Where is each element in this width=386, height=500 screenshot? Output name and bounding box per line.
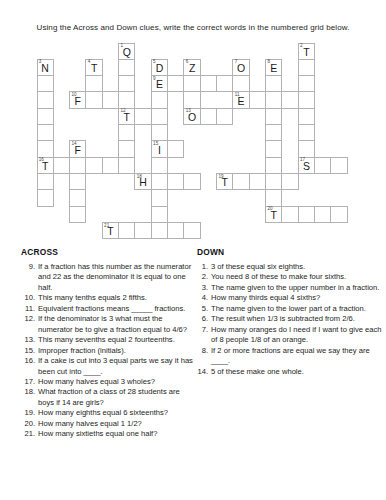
cell-letter: I [152, 145, 167, 156]
grid-cell[interactable] [265, 189, 282, 206]
grid-cell[interactable]: 14F [69, 140, 86, 157]
grid-cell[interactable] [314, 206, 331, 223]
grid-cell[interactable] [69, 173, 86, 190]
clue-down-8: 8.If 2 or more fractions are equal we sa… [197, 346, 384, 367]
cell-letter: T [103, 226, 118, 237]
grid-cell[interactable] [151, 108, 168, 125]
clue-text: How many sixtieths equal one half? [38, 429, 197, 439]
across-header: ACROSS [21, 247, 197, 257]
grid-cell[interactable]: 19T [216, 173, 233, 190]
grid-cell[interactable] [298, 108, 315, 125]
grid-cell[interactable]: 21T [102, 222, 119, 239]
clue-text: How many eighths equal 6 sixteenths? [38, 408, 197, 418]
grid-cell[interactable] [265, 124, 282, 141]
grid-cell[interactable] [183, 222, 200, 239]
grid-cell[interactable]: 8E [265, 59, 282, 76]
clue-across-15: 15.Improper fraction (initials). [21, 346, 197, 356]
grid-cell[interactable]: 2T [298, 43, 315, 60]
cell-letter: O [233, 63, 248, 74]
grid-cell[interactable] [37, 75, 54, 92]
clue-number: 8. [197, 346, 211, 367]
grid-cell[interactable] [118, 140, 135, 157]
clue-across-11: 11.Equivalent fractions means _____ frac… [21, 304, 197, 314]
clue-text: 5 of these make one whole. [211, 367, 384, 377]
grid-cell[interactable]: 13O [183, 108, 200, 125]
grid-cell[interactable] [118, 157, 135, 174]
crossword-grid: 1Q2T3N4T5D6Z7O8E9E10F11E12T13O14F15I16T1… [37, 43, 349, 240]
grid-cell[interactable] [37, 91, 54, 108]
clue-number: 20. [21, 419, 38, 429]
clue-text: The name given to the upper number in a … [211, 283, 384, 293]
grid-cell[interactable] [298, 124, 315, 141]
grid-cell[interactable] [232, 75, 249, 92]
clue-text: 3 of these equal six eighths. [211, 262, 384, 272]
grid-cell[interactable]: 15I [151, 140, 168, 157]
clue-number: 14. [197, 367, 211, 377]
clue-across-20: 20.How many halves equal 1 1/2? [21, 419, 197, 429]
grid-cell[interactable] [265, 140, 282, 157]
clue-text: The name given to the lower part of a fr… [211, 304, 384, 314]
down-clues: DOWN 1.3 of these equal six eighths.2.Yo… [197, 247, 384, 377]
grid-cell[interactable] [85, 91, 102, 108]
clue-text: How many halves equal 3 wholes? [38, 377, 197, 387]
grid-cell[interactable] [200, 108, 217, 125]
clue-text: How many halves equal 1 1/2? [38, 419, 197, 429]
grid-cell[interactable] [298, 206, 315, 223]
grid-cell[interactable] [37, 140, 54, 157]
clue-down-1: 1.3 of these equal six eighths. [197, 262, 384, 272]
cell-letter: O [184, 112, 199, 123]
grid-cell[interactable] [167, 173, 184, 190]
down-header: DOWN [197, 247, 384, 257]
clue-number: 21. [21, 429, 38, 439]
grid-cell[interactable] [200, 75, 217, 92]
clue-number: 19. [21, 408, 38, 418]
grid-cell[interactable]: 9E [151, 75, 168, 92]
grid-cell[interactable] [330, 206, 347, 223]
clue-text: You need 8 of these to make four sixths. [211, 272, 384, 282]
grid-cell[interactable] [69, 189, 86, 206]
clue-number: 4. [197, 293, 211, 303]
grid-cell[interactable] [281, 91, 298, 108]
grid-cell[interactable] [265, 91, 282, 108]
grid-cell[interactable] [102, 157, 119, 174]
cell-letter: E [152, 79, 167, 90]
clue-number: 3. [197, 283, 211, 293]
grid-cell[interactable] [167, 75, 184, 92]
grid-cell[interactable] [151, 189, 168, 206]
clue-down-7: 7.How many oranges do I need if I want t… [197, 325, 384, 346]
clue-across-21: 21.How many sixtieths equal one half? [21, 429, 197, 439]
cell-letter: T [86, 63, 101, 74]
clue-number: 1. [197, 262, 211, 272]
clue-number: 12. [21, 314, 38, 335]
grid-cell[interactable] [249, 173, 266, 190]
clue-text: How many oranges do I need if I want to … [211, 325, 384, 346]
cell-letter: N [38, 63, 53, 74]
down-clue-list: 1.3 of these equal six eighths.2.You nee… [197, 262, 384, 377]
grid-cell[interactable] [53, 157, 70, 174]
cell-letter: H [135, 177, 150, 188]
grid-cell[interactable]: 5D [151, 59, 168, 76]
grid-cell[interactable]: 1Q [118, 43, 135, 60]
grid-cell[interactable]: 12T [118, 108, 135, 125]
grid-cell[interactable] [37, 108, 54, 125]
grid-cell[interactable] [37, 189, 54, 206]
grid-cell[interactable] [151, 157, 168, 174]
grid-cell[interactable] [151, 124, 168, 141]
grid-cell[interactable]: 16T [37, 157, 54, 174]
clue-down-14: 14.5 of these make one whole. [197, 367, 384, 377]
grid-cell[interactable] [37, 124, 54, 141]
worksheet-page: Using the Across and Down clues, write t… [0, 0, 386, 500]
grid-cell[interactable] [265, 75, 282, 92]
clue-across-16: 16.If a cake is cut into 3 equal parts w… [21, 356, 197, 377]
grid-cell[interactable] [118, 124, 135, 141]
cell-letter: T [38, 161, 53, 172]
grid-cell[interactable] [281, 173, 298, 190]
clue-number: 5. [197, 304, 211, 314]
grid-cell[interactable] [298, 91, 315, 108]
clue-across-9: 9.If a fraction has this number as the n… [21, 262, 197, 293]
grid-cell[interactable]: 7O [232, 59, 249, 76]
grid-cell[interactable] [37, 173, 54, 190]
grid-cell[interactable] [298, 140, 315, 157]
worksheet-instructions: Using the Across and Down clues, write t… [0, 23, 386, 32]
clue-across-17: 17.How many halves equal 3 wholes? [21, 377, 197, 387]
grid-cell[interactable] [85, 75, 102, 92]
clue-across-10: 10.This many tenths equals 2 fifths. [21, 293, 197, 303]
grid-cell[interactable]: 10F [69, 91, 86, 108]
grid-cell[interactable] [183, 91, 200, 108]
grid-cell[interactable] [265, 108, 282, 125]
clue-text: How many thirds equal 4 sixths? [211, 293, 384, 303]
clue-number: 2. [197, 272, 211, 282]
grid-cell[interactable] [118, 91, 135, 108]
clue-number: 6. [197, 314, 211, 324]
clue-down-4: 4.How many thirds equal 4 sixths? [197, 293, 384, 303]
grid-cell[interactable] [249, 91, 266, 108]
clue-number: 15. [21, 346, 38, 356]
clue-number: 16. [21, 356, 38, 377]
across-clues: ACROSS 9.If a fraction has this number a… [21, 247, 197, 440]
grid-cell[interactable] [118, 75, 135, 92]
grid-cell[interactable] [167, 222, 184, 239]
clue-number: 11. [21, 304, 38, 314]
across-clue-list: 9.If a fraction has this number as the n… [21, 262, 197, 440]
cell-letter: Q [119, 47, 134, 58]
grid-cell[interactable] [298, 59, 315, 76]
grid-cell[interactable]: 4T [85, 59, 102, 76]
cell-letter: Z [184, 63, 199, 74]
grid-cell[interactable] [314, 157, 331, 174]
clue-number: 18. [21, 387, 38, 408]
grid-cell[interactable] [151, 91, 168, 108]
clue-number: 17. [21, 377, 38, 387]
grid-cell[interactable]: 6Z [183, 59, 200, 76]
grid-cell[interactable] [69, 206, 86, 223]
clue-across-18: 18.What fraction of a class of 28 studen… [21, 387, 197, 408]
grid-cell[interactable] [134, 222, 151, 239]
grid-cell[interactable] [85, 157, 102, 174]
clue-across-12: 12.If the denominator is 3 what must the… [21, 314, 197, 335]
cell-letter: E [266, 63, 281, 74]
grid-cell[interactable] [216, 108, 233, 125]
cell-letter: E [233, 96, 248, 107]
grid-cell[interactable] [151, 222, 168, 239]
grid-cell[interactable] [151, 173, 168, 190]
grid-cell[interactable] [265, 157, 282, 174]
clue-down-2: 2.You need 8 of these to make four sixth… [197, 272, 384, 282]
clue-text: If a cake is cut into 3 equal parts we s… [38, 356, 197, 377]
cell-letter: D [152, 63, 167, 74]
grid-cell[interactable] [216, 75, 233, 92]
cell-letter: T [299, 47, 314, 58]
clue-text: Equivalent fractions means _____ fractio… [38, 304, 197, 314]
grid-cell[interactable] [151, 206, 168, 223]
clue-text: If a fraction has this number as the num… [38, 262, 197, 293]
grid-cell[interactable] [118, 222, 135, 239]
clue-number: 7. [197, 325, 211, 346]
clue-text: Improper fraction (initials). [38, 346, 197, 356]
clue-down-3: 3.The name given to the upper number in … [197, 283, 384, 293]
cell-letter: T [119, 112, 134, 123]
grid-cell[interactable] [281, 206, 298, 223]
grid-cell[interactable] [298, 75, 315, 92]
clue-text: What fraction of a class of 28 students … [38, 387, 197, 408]
grid-cell[interactable]: 17S [298, 157, 315, 174]
clue-down-5: 5.The name given to the lower part of a … [197, 304, 384, 314]
clue-number: 10. [21, 293, 38, 303]
clue-text: The result when 1/3 is subtracted from 2… [211, 314, 384, 324]
grid-cell[interactable] [183, 173, 200, 190]
grid-cell[interactable] [167, 140, 184, 157]
grid-cell[interactable] [232, 173, 249, 190]
clue-text: This many sevenths equal 2 fourteenths. [38, 335, 197, 345]
grid-cell[interactable] [330, 157, 347, 174]
cell-letter: F [70, 96, 85, 107]
clue-text: This many tenths equals 2 fifths. [38, 293, 197, 303]
cell-letter: T [266, 210, 281, 221]
grid-cell[interactable] [265, 173, 282, 190]
grid-cell[interactable]: 18H [134, 173, 151, 190]
cell-letter: F [70, 145, 85, 156]
grid-cell[interactable]: 20T [265, 206, 282, 223]
clue-down-6: 6.The result when 1/3 is subtracted from… [197, 314, 384, 324]
grid-cell[interactable] [118, 59, 135, 76]
grid-cell[interactable]: 11E [232, 91, 249, 108]
clue-across-19: 19.How many eighths equal 6 sixteenths? [21, 408, 197, 418]
grid-cell[interactable] [183, 75, 200, 92]
cell-letter: S [299, 161, 314, 172]
grid-cell[interactable] [69, 157, 86, 174]
grid-cell[interactable] [102, 91, 119, 108]
clue-text: If 2 or more fractions are equal we say … [211, 346, 384, 367]
clue-text: If the denominator is 3 what must the nu… [38, 314, 197, 335]
clue-number: 9. [21, 262, 38, 293]
grid-cell[interactable]: 3N [37, 59, 54, 76]
clue-across-13: 13.This many sevenths equal 2 fourteenth… [21, 335, 197, 345]
cell-letter: T [217, 177, 232, 188]
grid-cell[interactable] [134, 108, 151, 125]
clue-number: 13. [21, 335, 38, 345]
